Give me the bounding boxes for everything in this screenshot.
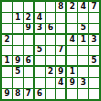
cell-r8c9[interactable] xyxy=(89,78,99,88)
given-digit: 1 xyxy=(80,36,86,44)
cell-r8c6[interactable]: 4 xyxy=(56,78,66,88)
cell-r8c7[interactable]: 9 xyxy=(67,78,77,88)
cell-r4c1[interactable]: 2 xyxy=(2,35,12,45)
cell-r7c9[interactable] xyxy=(89,67,99,77)
given-digit: 2 xyxy=(69,3,75,11)
cell-r6c1[interactable]: 1 xyxy=(2,56,12,66)
cell-r4c7[interactable]: 4 xyxy=(67,35,77,45)
cell-r7c6[interactable]: 9 xyxy=(56,67,66,77)
cell-r7c2[interactable]: 5 xyxy=(13,67,23,77)
cell-r6c6[interactable] xyxy=(56,56,66,66)
cell-r4c3[interactable] xyxy=(24,35,34,45)
cell-r2c8[interactable] xyxy=(78,13,88,23)
cell-r2c5[interactable] xyxy=(46,13,56,23)
given-digit: 6 xyxy=(37,90,43,98)
given-digit: 5 xyxy=(37,46,43,54)
cell-r4c9[interactable]: 3 xyxy=(89,35,99,45)
cell-r8c2[interactable] xyxy=(13,78,23,88)
cell-r9c2[interactable]: 8 xyxy=(13,89,23,99)
cell-r8c1[interactable] xyxy=(2,78,12,88)
cell-r9c8[interactable] xyxy=(78,89,88,99)
cell-r1c1[interactable] xyxy=(2,2,12,12)
given-digit: 9 xyxy=(25,24,31,32)
given-digit: 1 xyxy=(4,57,10,65)
cell-r3c4[interactable]: 3 xyxy=(35,24,45,34)
cell-r3c7[interactable] xyxy=(67,24,77,34)
given-digit: 4 xyxy=(69,36,75,44)
given-digit: 2 xyxy=(4,36,10,44)
given-digit: 5 xyxy=(15,68,21,76)
given-digit: 7 xyxy=(58,46,64,54)
cell-r3c1[interactable] xyxy=(2,24,12,34)
cell-r6c3[interactable]: 6 xyxy=(24,56,34,66)
given-digit: 8 xyxy=(58,3,64,11)
cell-r4c5[interactable] xyxy=(46,35,56,45)
cell-r1c4[interactable] xyxy=(35,2,45,12)
cell-r3c2[interactable] xyxy=(13,24,23,34)
cell-r1c2[interactable] xyxy=(13,2,23,12)
given-digit: 4 xyxy=(37,14,43,22)
cell-r6c8[interactable] xyxy=(78,56,88,66)
cell-r5c1[interactable] xyxy=(2,46,12,56)
sudoku-board: 82471249365241357196552914939876 xyxy=(0,0,101,101)
cell-r1c3[interactable] xyxy=(24,2,34,12)
cell-r1c6[interactable]: 8 xyxy=(56,2,66,12)
cell-r6c5[interactable] xyxy=(46,56,56,66)
cell-r1c7[interactable]: 2 xyxy=(67,2,77,12)
cell-r7c7[interactable]: 1 xyxy=(67,67,77,77)
given-digit: 6 xyxy=(25,57,31,65)
cell-r1c9[interactable]: 7 xyxy=(89,2,99,12)
cell-r9c6[interactable] xyxy=(56,89,66,99)
given-digit: 7 xyxy=(91,3,97,11)
given-digit: 4 xyxy=(58,79,64,87)
cell-r3c5[interactable]: 6 xyxy=(46,24,56,34)
given-digit: 3 xyxy=(91,36,97,44)
cell-r6c2[interactable]: 9 xyxy=(13,56,23,66)
cell-r7c4[interactable] xyxy=(35,67,45,77)
given-digit: 5 xyxy=(80,24,86,32)
cell-r7c1[interactable] xyxy=(2,67,12,77)
cell-r7c3[interactable] xyxy=(24,67,34,77)
cell-r8c8[interactable]: 3 xyxy=(78,78,88,88)
cell-r3c6[interactable] xyxy=(56,24,66,34)
cell-r5c6[interactable]: 7 xyxy=(56,46,66,56)
given-digit: 9 xyxy=(69,79,75,87)
cell-r9c5[interactable] xyxy=(46,89,56,99)
cell-r9c1[interactable]: 9 xyxy=(2,89,12,99)
cell-r2c9[interactable] xyxy=(89,13,99,23)
cell-r2c6[interactable] xyxy=(56,13,66,23)
cell-r3c3[interactable]: 9 xyxy=(24,24,34,34)
cell-r5c9[interactable] xyxy=(89,46,99,56)
cell-r8c3[interactable] xyxy=(24,78,34,88)
given-digit: 9 xyxy=(58,68,64,76)
cell-r9c9[interactable] xyxy=(89,89,99,99)
cell-r6c7[interactable] xyxy=(67,56,77,66)
given-digit: 7 xyxy=(25,90,31,98)
cell-r2c3[interactable]: 2 xyxy=(24,13,34,23)
given-digit: 9 xyxy=(4,90,10,98)
cell-r3c8[interactable]: 5 xyxy=(78,24,88,34)
cell-r9c3[interactable]: 7 xyxy=(24,89,34,99)
cell-r7c8[interactable] xyxy=(78,67,88,77)
given-digit: 8 xyxy=(15,90,21,98)
cell-r8c4[interactable] xyxy=(35,78,45,88)
given-digit: 1 xyxy=(69,68,75,76)
cell-r5c4[interactable]: 5 xyxy=(35,46,45,56)
cell-r3c9[interactable] xyxy=(89,24,99,34)
cell-r2c7[interactable] xyxy=(67,13,77,23)
given-digit: 2 xyxy=(25,14,31,22)
cell-r4c2[interactable] xyxy=(13,35,23,45)
cell-r5c3[interactable] xyxy=(24,46,34,56)
cell-r2c2[interactable]: 1 xyxy=(13,13,23,23)
given-digit: 6 xyxy=(48,24,54,32)
given-digit: 4 xyxy=(80,3,86,11)
given-digit: 1 xyxy=(15,14,21,22)
cell-r8c5[interactable] xyxy=(46,78,56,88)
given-digit: 2 xyxy=(48,68,54,76)
cell-r7c5[interactable]: 2 xyxy=(46,67,56,77)
cell-r6c4[interactable] xyxy=(35,56,45,66)
cell-r1c5[interactable] xyxy=(46,2,56,12)
cell-r2c1[interactable] xyxy=(2,13,12,23)
given-digit: 3 xyxy=(37,24,43,32)
cell-r4c4[interactable] xyxy=(35,35,45,45)
cell-r9c7[interactable] xyxy=(67,89,77,99)
cell-r5c5[interactable] xyxy=(46,46,56,56)
cell-r5c8[interactable] xyxy=(78,46,88,56)
given-digit: 9 xyxy=(15,57,21,65)
cell-r1c8[interactable]: 4 xyxy=(78,2,88,12)
cell-r2c4[interactable]: 4 xyxy=(35,13,45,23)
cell-r5c7[interactable] xyxy=(67,46,77,56)
cell-r4c8[interactable]: 1 xyxy=(78,35,88,45)
cell-r9c4[interactable]: 6 xyxy=(35,89,45,99)
cell-r5c2[interactable] xyxy=(13,46,23,56)
cell-r4c6[interactable] xyxy=(56,35,66,45)
cell-r6c9[interactable]: 5 xyxy=(89,56,99,66)
given-digit: 3 xyxy=(80,79,86,87)
given-digit: 5 xyxy=(91,57,97,65)
